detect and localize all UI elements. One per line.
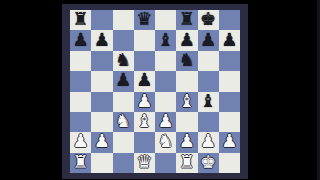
white-pawn-piece: ♟ <box>73 132 89 150</box>
white-pawn-piece: ♟ <box>158 112 174 130</box>
white-king-piece: ♚ <box>200 153 216 171</box>
square-g5[interactable] <box>198 71 219 91</box>
white-queen-piece: ♛ <box>136 153 152 171</box>
square-g2[interactable]: ♟ <box>198 132 219 152</box>
square-f7[interactable]: ♟ <box>176 30 197 50</box>
square-g7[interactable]: ♟ <box>198 30 219 50</box>
black-knight-piece: ♞ <box>179 51 195 69</box>
white-pawn-piece: ♟ <box>136 92 152 110</box>
black-rook-piece: ♜ <box>179 10 195 28</box>
square-a7[interactable]: ♟ <box>70 30 91 50</box>
square-h6[interactable] <box>219 51 240 71</box>
square-b2[interactable]: ♟ <box>91 132 112 152</box>
square-d2[interactable] <box>134 132 155 152</box>
square-e6[interactable] <box>155 51 176 71</box>
black-pawn-piece: ♟ <box>73 31 89 49</box>
square-f5[interactable] <box>176 71 197 91</box>
square-g6[interactable] <box>198 51 219 71</box>
square-h1[interactable] <box>219 153 240 173</box>
square-a5[interactable] <box>70 71 91 91</box>
square-e8[interactable] <box>155 10 176 30</box>
white-rook-piece: ♜ <box>179 153 195 171</box>
square-g3[interactable] <box>198 112 219 132</box>
black-pawn-piece: ♟ <box>200 31 216 49</box>
square-h8[interactable] <box>219 10 240 30</box>
square-c2[interactable] <box>113 132 134 152</box>
square-d1[interactable]: ♛ <box>134 153 155 173</box>
square-a3[interactable] <box>70 112 91 132</box>
video-frame: ♜♛♜♚♟♟♝♟♟♟♞♞♟♟♟♝♝♞♝♟♟♟♞♟♟♟♜♛♜♚ <box>0 0 320 180</box>
square-g4[interactable]: ♝ <box>198 92 219 112</box>
white-knight-piece: ♞ <box>115 112 131 130</box>
square-h3[interactable] <box>219 112 240 132</box>
square-e1[interactable] <box>155 153 176 173</box>
square-c7[interactable] <box>113 30 134 50</box>
square-b3[interactable] <box>91 112 112 132</box>
square-f1[interactable]: ♜ <box>176 153 197 173</box>
square-c8[interactable] <box>113 10 134 30</box>
square-c5[interactable]: ♟ <box>113 71 134 91</box>
square-h2[interactable]: ♟ <box>219 132 240 152</box>
black-bishop-piece: ♝ <box>158 31 174 49</box>
square-e7[interactable]: ♝ <box>155 30 176 50</box>
square-c6[interactable]: ♞ <box>113 51 134 71</box>
square-a2[interactable]: ♟ <box>70 132 91 152</box>
black-pawn-piece: ♟ <box>221 31 237 49</box>
square-a1[interactable]: ♜ <box>70 153 91 173</box>
white-bishop-piece: ♝ <box>179 92 195 110</box>
square-c4[interactable] <box>113 92 134 112</box>
square-d7[interactable] <box>134 30 155 50</box>
chessboard: ♜♛♜♚♟♟♝♟♟♟♞♞♟♟♟♝♝♞♝♟♟♟♞♟♟♟♜♛♜♚ <box>70 10 240 173</box>
square-b6[interactable] <box>91 51 112 71</box>
square-f2[interactable]: ♟ <box>176 132 197 152</box>
black-queen-piece: ♛ <box>136 10 152 28</box>
square-g8[interactable]: ♚ <box>198 10 219 30</box>
square-e5[interactable] <box>155 71 176 91</box>
square-a8[interactable]: ♜ <box>70 10 91 30</box>
black-bishop-piece: ♝ <box>200 92 216 110</box>
square-f8[interactable]: ♜ <box>176 10 197 30</box>
square-h7[interactable]: ♟ <box>219 30 240 50</box>
square-h4[interactable] <box>219 92 240 112</box>
black-pawn-piece: ♟ <box>136 71 152 89</box>
chessboard-frame: ♜♛♜♚♟♟♝♟♟♟♞♞♟♟♟♝♝♞♝♟♟♟♞♟♟♟♜♛♜♚ <box>62 4 248 179</box>
square-a6[interactable] <box>70 51 91 71</box>
square-g1[interactable]: ♚ <box>198 153 219 173</box>
square-e2[interactable]: ♞ <box>155 132 176 152</box>
black-pawn-piece: ♟ <box>115 71 131 89</box>
white-pawn-piece: ♟ <box>94 132 110 150</box>
square-e4[interactable] <box>155 92 176 112</box>
white-pawn-piece: ♟ <box>179 132 195 150</box>
black-pawn-piece: ♟ <box>94 31 110 49</box>
square-c3[interactable]: ♞ <box>113 112 134 132</box>
square-b1[interactable] <box>91 153 112 173</box>
square-f4[interactable]: ♝ <box>176 92 197 112</box>
square-d3[interactable]: ♝ <box>134 112 155 132</box>
square-e3[interactable]: ♟ <box>155 112 176 132</box>
black-knight-piece: ♞ <box>115 51 131 69</box>
square-d5[interactable]: ♟ <box>134 71 155 91</box>
square-b5[interactable] <box>91 71 112 91</box>
square-d4[interactable]: ♟ <box>134 92 155 112</box>
white-pawn-piece: ♟ <box>221 132 237 150</box>
square-b8[interactable] <box>91 10 112 30</box>
square-d6[interactable] <box>134 51 155 71</box>
square-b4[interactable] <box>91 92 112 112</box>
white-pawn-piece: ♟ <box>200 132 216 150</box>
black-pawn-piece: ♟ <box>179 31 195 49</box>
square-f3[interactable] <box>176 112 197 132</box>
square-b7[interactable]: ♟ <box>91 30 112 50</box>
black-rook-piece: ♜ <box>73 10 89 28</box>
square-f6[interactable]: ♞ <box>176 51 197 71</box>
white-rook-piece: ♜ <box>73 153 89 171</box>
white-knight-piece: ♞ <box>158 132 174 150</box>
black-king-piece: ♚ <box>200 10 216 28</box>
square-c1[interactable] <box>113 153 134 173</box>
square-a4[interactable] <box>70 92 91 112</box>
square-d8[interactable]: ♛ <box>134 10 155 30</box>
white-bishop-piece: ♝ <box>136 112 152 130</box>
square-h5[interactable] <box>219 71 240 91</box>
